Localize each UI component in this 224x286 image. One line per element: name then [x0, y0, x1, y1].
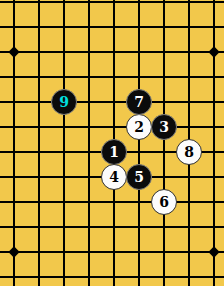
- grid-line-vertical: [63, 0, 65, 286]
- grid-line-horizontal: [0, 276, 224, 278]
- move-number: 2: [134, 120, 144, 134]
- go-board[interactable]: 123456789: [0, 0, 224, 286]
- grid-line-horizontal: [0, 226, 224, 228]
- grid-line-horizontal: [0, 76, 224, 78]
- grid-line-vertical: [213, 0, 215, 286]
- grid-line-vertical: [13, 0, 15, 286]
- grid-line-horizontal: [0, 51, 224, 53]
- grid-line-vertical: [163, 0, 165, 286]
- move-number: 4: [109, 170, 119, 184]
- white-stone-move-4[interactable]: 4: [101, 164, 127, 190]
- grid-line-horizontal: [0, 26, 224, 28]
- star-point: [8, 246, 19, 257]
- grid-line-horizontal: [0, 251, 224, 253]
- black-stone-move-3[interactable]: 3: [151, 114, 177, 140]
- move-number: 7: [134, 95, 144, 109]
- black-stone-move-5[interactable]: 5: [126, 164, 152, 190]
- move-number: 5: [134, 170, 144, 184]
- move-number: 6: [159, 195, 169, 209]
- move-number: 8: [184, 145, 194, 159]
- black-stone-move-1[interactable]: 1: [101, 139, 127, 165]
- move-number: 9: [59, 95, 69, 109]
- grid-line-horizontal: [0, 201, 224, 203]
- white-stone-move-8[interactable]: 8: [176, 139, 202, 165]
- star-point: [208, 46, 219, 57]
- white-stone-move-2[interactable]: 2: [126, 114, 152, 140]
- move-number: 3: [159, 120, 169, 134]
- grid-line-vertical: [88, 0, 90, 286]
- grid-line-vertical: [138, 0, 140, 286]
- black-stone-move-7[interactable]: 7: [126, 89, 152, 115]
- grid-line-horizontal: [0, 1, 224, 3]
- move-number: 1: [109, 145, 119, 159]
- grid-line-vertical: [38, 0, 40, 286]
- grid-line-horizontal: [0, 101, 224, 103]
- grid-line-horizontal: [0, 126, 224, 128]
- star-point: [8, 46, 19, 57]
- last-move-black-stone-move-9[interactable]: 9: [51, 89, 77, 115]
- white-stone-move-6[interactable]: 6: [151, 189, 177, 215]
- star-point: [208, 246, 219, 257]
